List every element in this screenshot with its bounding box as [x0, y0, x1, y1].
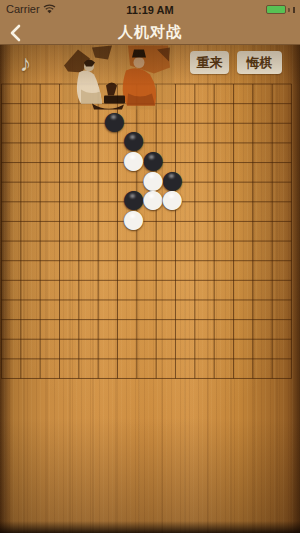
status-right	[266, 5, 295, 14]
battery-charge-mark	[293, 7, 295, 13]
music-note-button[interactable]: ♪	[20, 50, 32, 77]
board-grid-lines	[0, 45, 300, 533]
undo-move-button[interactable]: 悔棋	[237, 51, 282, 74]
battery-icon	[266, 5, 286, 14]
page-title: 人机对战	[0, 23, 300, 42]
gomoku-board[interactable]: ●●●●●●●●●● ♪ 重来 悔棋	[0, 45, 300, 533]
go-players-painting	[62, 45, 174, 112]
status-bar: Carrier 11:19 AM	[0, 0, 300, 20]
app-screen: Carrier 11:19 AM 人机对战	[0, 0, 300, 533]
clock-time: 11:19 AM	[0, 4, 300, 16]
battery-nib	[288, 8, 290, 12]
nav-bar: 人机对战	[0, 20, 300, 45]
restart-button[interactable]: 重来	[190, 51, 229, 74]
